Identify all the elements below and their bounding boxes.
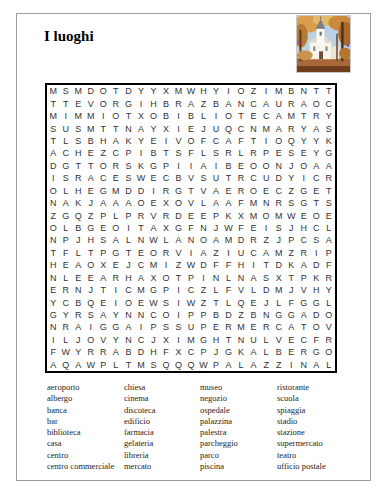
- grid-cell[interactable]: P: [97, 209, 110, 221]
- grid-cell[interactable]: A: [97, 309, 110, 321]
- grid-cell[interactable]: G: [147, 160, 160, 172]
- grid-cell[interactable]: I: [310, 247, 323, 259]
- grid-cell[interactable]: A: [185, 97, 198, 109]
- grid-cell[interactable]: H: [297, 222, 310, 234]
- grid-cell[interactable]: P: [285, 234, 298, 246]
- grid-cell[interactable]: O: [97, 85, 110, 97]
- grid-cell[interactable]: H: [47, 259, 60, 271]
- grid-cell[interactable]: E: [60, 259, 73, 271]
- grid-cell[interactable]: I: [260, 135, 273, 147]
- grid-cell[interactable]: Y: [110, 334, 123, 346]
- grid-cell[interactable]: P: [322, 247, 335, 259]
- grid-cell[interactable]: S: [322, 122, 335, 134]
- grid-cell[interactable]: C: [135, 259, 148, 271]
- grid-cell[interactable]: I: [172, 110, 185, 122]
- grid-cell[interactable]: E: [272, 147, 285, 159]
- grid-cell[interactable]: G: [47, 309, 60, 321]
- grid-cell[interactable]: I: [135, 147, 148, 159]
- grid-cell[interactable]: Y: [285, 172, 298, 184]
- grid-cell[interactable]: N: [235, 334, 248, 346]
- grid-cell[interactable]: G: [172, 184, 185, 196]
- grid-cell[interactable]: D: [122, 85, 135, 97]
- grid-cell[interactable]: U: [185, 321, 198, 333]
- grid-cell[interactable]: E: [322, 209, 335, 221]
- grid-cell[interactable]: O: [135, 197, 148, 209]
- grid-cell[interactable]: I: [197, 272, 210, 284]
- grid-cell[interactable]: R: [222, 147, 235, 159]
- grid-cell[interactable]: W: [197, 359, 210, 371]
- grid-cell[interactable]: M: [185, 334, 198, 346]
- grid-cell[interactable]: S: [147, 359, 160, 371]
- grid-cell[interactable]: C: [185, 346, 198, 358]
- grid-cell[interactable]: A: [297, 259, 310, 271]
- grid-cell[interactable]: B: [272, 346, 285, 358]
- grid-cell[interactable]: A: [110, 197, 123, 209]
- grid-cell[interactable]: E: [85, 147, 98, 159]
- grid-cell[interactable]: B: [172, 172, 185, 184]
- grid-cell[interactable]: E: [285, 334, 298, 346]
- grid-cell[interactable]: P: [197, 346, 210, 358]
- grid-cell[interactable]: A: [310, 160, 323, 172]
- grid-cell[interactable]: U: [210, 172, 223, 184]
- grid-cell[interactable]: T: [260, 259, 273, 271]
- grid-cell[interactable]: E: [210, 321, 223, 333]
- grid-cell[interactable]: R: [235, 172, 248, 184]
- grid-cell[interactable]: A: [322, 234, 335, 246]
- grid-cell[interactable]: P: [297, 272, 310, 284]
- grid-cell[interactable]: P: [97, 359, 110, 371]
- grid-cell[interactable]: V: [147, 209, 160, 221]
- grid-cell[interactable]: T: [72, 160, 85, 172]
- grid-cell[interactable]: I: [297, 172, 310, 184]
- grid-cell[interactable]: V: [97, 334, 110, 346]
- grid-cell[interactable]: N: [122, 309, 135, 321]
- grid-cell[interactable]: O: [322, 346, 335, 358]
- grid-cell[interactable]: T: [185, 184, 198, 196]
- grid-cell[interactable]: O: [97, 97, 110, 109]
- grid-cell[interactable]: C: [297, 334, 310, 346]
- grid-cell[interactable]: M: [110, 184, 123, 196]
- grid-cell[interactable]: R: [285, 122, 298, 134]
- grid-cell[interactable]: S: [260, 272, 273, 284]
- grid-cell[interactable]: E: [147, 172, 160, 184]
- grid-cell[interactable]: Q: [85, 296, 98, 308]
- grid-cell[interactable]: I: [122, 222, 135, 234]
- grid-cell[interactable]: M: [247, 197, 260, 209]
- grid-cell[interactable]: G: [97, 321, 110, 333]
- grid-cell[interactable]: W: [185, 259, 198, 271]
- grid-cell[interactable]: S: [172, 147, 185, 159]
- grid-cell[interactable]: I: [260, 85, 273, 97]
- grid-cell[interactable]: A: [110, 234, 123, 246]
- grid-cell[interactable]: N: [210, 272, 223, 284]
- grid-cell[interactable]: S: [272, 222, 285, 234]
- grid-cell[interactable]: E: [247, 321, 260, 333]
- grid-cell[interactable]: A: [210, 184, 223, 196]
- grid-cell[interactable]: I: [47, 172, 60, 184]
- grid-cell[interactable]: L: [60, 334, 73, 346]
- grid-cell[interactable]: A: [60, 197, 73, 209]
- grid-cell[interactable]: T: [85, 247, 98, 259]
- grid-cell[interactable]: R: [297, 346, 310, 358]
- grid-cell[interactable]: E: [47, 284, 60, 296]
- grid-cell[interactable]: W: [147, 234, 160, 246]
- grid-cell[interactable]: D: [222, 309, 235, 321]
- grid-cell[interactable]: B: [147, 147, 160, 159]
- grid-cell[interactable]: D: [135, 346, 148, 358]
- grid-cell[interactable]: H: [310, 284, 323, 296]
- grid-cell[interactable]: S: [310, 234, 323, 246]
- grid-cell[interactable]: K: [310, 272, 323, 284]
- grid-cell[interactable]: E: [85, 184, 98, 196]
- grid-cell[interactable]: D: [272, 259, 285, 271]
- grid-cell[interactable]: Q: [285, 135, 298, 147]
- grid-cell[interactable]: T: [297, 321, 310, 333]
- grid-cell[interactable]: R: [110, 97, 123, 109]
- grid-cell[interactable]: D: [235, 234, 248, 246]
- grid-cell[interactable]: R: [72, 309, 85, 321]
- grid-cell[interactable]: H: [97, 135, 110, 147]
- grid-cell[interactable]: K: [235, 346, 248, 358]
- grid-cell[interactable]: G: [122, 97, 135, 109]
- grid-cell[interactable]: Y: [110, 309, 123, 321]
- grid-cell[interactable]: H: [147, 97, 160, 109]
- grid-cell[interactable]: O: [310, 97, 323, 109]
- grid-cell[interactable]: O: [110, 110, 123, 122]
- grid-cell[interactable]: L: [322, 296, 335, 308]
- grid-cell[interactable]: I: [147, 184, 160, 196]
- grid-cell[interactable]: A: [47, 359, 60, 371]
- grid-cell[interactable]: Q: [185, 359, 198, 371]
- grid-cell[interactable]: K: [322, 135, 335, 147]
- grid-cell[interactable]: X: [160, 222, 173, 234]
- grid-cell[interactable]: I: [172, 122, 185, 134]
- grid-cell[interactable]: G: [222, 346, 235, 358]
- grid-cell[interactable]: R: [285, 97, 298, 109]
- grid-cell[interactable]: S: [85, 309, 98, 321]
- grid-cell[interactable]: D: [272, 172, 285, 184]
- grid-cell[interactable]: E: [185, 122, 198, 134]
- grid-cell[interactable]: C: [122, 284, 135, 296]
- grid-cell[interactable]: E: [85, 272, 98, 284]
- grid-cell[interactable]: A: [210, 234, 223, 246]
- grid-cell[interactable]: G: [60, 209, 73, 221]
- grid-cell[interactable]: J: [85, 284, 98, 296]
- grid-cell[interactable]: G: [197, 334, 210, 346]
- grid-cell[interactable]: F: [160, 346, 173, 358]
- grid-cell[interactable]: G: [310, 346, 323, 358]
- grid-cell[interactable]: V: [185, 172, 198, 184]
- grid-cell[interactable]: X: [272, 272, 285, 284]
- grid-cell[interactable]: C: [147, 309, 160, 321]
- grid-cell[interactable]: Q: [222, 122, 235, 134]
- grid-cell[interactable]: M: [135, 284, 148, 296]
- grid-cell[interactable]: Y: [310, 135, 323, 147]
- grid-cell[interactable]: Q: [172, 359, 185, 371]
- grid-cell[interactable]: U: [235, 247, 248, 259]
- grid-cell[interactable]: C: [310, 172, 323, 184]
- grid-cell[interactable]: F: [222, 284, 235, 296]
- grid-cell[interactable]: L: [60, 135, 73, 147]
- grid-cell[interactable]: A: [310, 359, 323, 371]
- grid-cell[interactable]: J: [260, 296, 273, 308]
- grid-cell[interactable]: R: [97, 346, 110, 358]
- grid-cell[interactable]: A: [122, 321, 135, 333]
- grid-cell[interactable]: M: [72, 110, 85, 122]
- grid-cell[interactable]: Y: [47, 296, 60, 308]
- grid-cell[interactable]: B: [247, 309, 260, 321]
- grid-cell[interactable]: T: [97, 284, 110, 296]
- grid-cell[interactable]: G: [110, 321, 123, 333]
- grid-cell[interactable]: L: [222, 296, 235, 308]
- grid-cell[interactable]: F: [210, 259, 223, 271]
- grid-cell[interactable]: T: [235, 110, 248, 122]
- grid-cell[interactable]: A: [122, 197, 135, 209]
- grid-cell[interactable]: F: [322, 259, 335, 271]
- grid-cell[interactable]: R: [110, 160, 123, 172]
- grid-cell[interactable]: L: [197, 110, 210, 122]
- grid-cell[interactable]: P: [147, 321, 160, 333]
- grid-cell[interactable]: A: [272, 110, 285, 122]
- grid-cell[interactable]: U: [272, 97, 285, 109]
- grid-cell[interactable]: Z: [272, 359, 285, 371]
- grid-cell[interactable]: G: [60, 160, 73, 172]
- grid-cell[interactable]: H: [210, 334, 223, 346]
- grid-cell[interactable]: B: [160, 97, 173, 109]
- grid-cell[interactable]: Z: [285, 184, 298, 196]
- grid-cell[interactable]: T: [310, 85, 323, 97]
- grid-cell[interactable]: T: [122, 247, 135, 259]
- grid-cell[interactable]: V: [322, 321, 335, 333]
- grid-cell[interactable]: L: [197, 147, 210, 159]
- grid-cell[interactable]: O: [260, 160, 273, 172]
- grid-cell[interactable]: N: [297, 85, 310, 97]
- grid-cell[interactable]: X: [160, 334, 173, 346]
- grid-cell[interactable]: E: [310, 184, 323, 196]
- grid-cell[interactable]: A: [72, 359, 85, 371]
- grid-cell[interactable]: Y: [60, 309, 73, 321]
- grid-cell[interactable]: B: [72, 296, 85, 308]
- grid-cell[interactable]: I: [210, 110, 223, 122]
- grid-cell[interactable]: M: [260, 122, 273, 134]
- grid-cell[interactable]: Y: [310, 147, 323, 159]
- grid-cell[interactable]: Z: [172, 259, 185, 271]
- grid-cell[interactable]: E: [197, 209, 210, 221]
- grid-cell[interactable]: R: [322, 172, 335, 184]
- grid-cell[interactable]: S: [172, 321, 185, 333]
- grid-cell[interactable]: I: [47, 334, 60, 346]
- grid-cell[interactable]: W: [185, 85, 198, 97]
- grid-cell[interactable]: A: [110, 346, 123, 358]
- grid-cell[interactable]: E: [247, 296, 260, 308]
- grid-cell[interactable]: V: [172, 247, 185, 259]
- grid-cell[interactable]: I: [172, 309, 185, 321]
- grid-cell[interactable]: G: [297, 197, 310, 209]
- grid-cell[interactable]: Q: [235, 296, 248, 308]
- grid-cell[interactable]: A: [222, 359, 235, 371]
- grid-cell[interactable]: V: [85, 97, 98, 109]
- grid-cell[interactable]: G: [172, 222, 185, 234]
- grid-cell[interactable]: A: [47, 147, 60, 159]
- grid-cell[interactable]: G: [110, 247, 123, 259]
- grid-cell[interactable]: N: [47, 234, 60, 246]
- grid-cell[interactable]: D: [310, 259, 323, 271]
- grid-cell[interactable]: C: [97, 172, 110, 184]
- grid-cell[interactable]: L: [322, 222, 335, 234]
- grid-cell[interactable]: M: [272, 209, 285, 221]
- grid-cell[interactable]: I: [60, 110, 73, 122]
- grid-cell[interactable]: P: [210, 359, 223, 371]
- grid-cell[interactable]: A: [147, 222, 160, 234]
- grid-cell[interactable]: Y: [297, 135, 310, 147]
- grid-cell[interactable]: C: [310, 222, 323, 234]
- grid-cell[interactable]: E: [235, 160, 248, 172]
- grid-cell[interactable]: E: [185, 209, 198, 221]
- grid-cell[interactable]: E: [72, 97, 85, 109]
- grid-cell[interactable]: O: [147, 110, 160, 122]
- grid-cell[interactable]: E: [147, 135, 160, 147]
- grid-cell[interactable]: O: [85, 334, 98, 346]
- grid-cell[interactable]: R: [322, 334, 335, 346]
- grid-cell[interactable]: X: [160, 122, 173, 134]
- grid-cell[interactable]: S: [60, 85, 73, 97]
- grid-cell[interactable]: C: [160, 172, 173, 184]
- grid-cell[interactable]: B: [85, 135, 98, 147]
- grid-cell[interactable]: E: [247, 110, 260, 122]
- grid-cell[interactable]: X: [235, 209, 248, 221]
- grid-cell[interactable]: I: [172, 334, 185, 346]
- grid-cell[interactable]: O: [297, 160, 310, 172]
- grid-cell[interactable]: S: [285, 197, 298, 209]
- grid-cell[interactable]: Y: [135, 85, 148, 97]
- grid-cell[interactable]: L: [72, 247, 85, 259]
- grid-cell[interactable]: O: [47, 184, 60, 196]
- grid-cell[interactable]: L: [110, 359, 123, 371]
- grid-cell[interactable]: I: [110, 284, 123, 296]
- grid-cell[interactable]: J: [210, 346, 223, 358]
- grid-cell[interactable]: O: [260, 209, 273, 221]
- grid-cell[interactable]: X: [97, 259, 110, 271]
- grid-cell[interactable]: X: [172, 346, 185, 358]
- grid-cell[interactable]: A: [260, 247, 273, 259]
- grid-cell[interactable]: Z: [247, 85, 260, 97]
- grid-cell[interactable]: O: [85, 259, 98, 271]
- grid-cell[interactable]: B: [160, 110, 173, 122]
- grid-cell[interactable]: M: [285, 110, 298, 122]
- grid-cell[interactable]: C: [185, 284, 198, 296]
- grid-cell[interactable]: A: [172, 234, 185, 246]
- grid-cell[interactable]: N: [197, 222, 210, 234]
- grid-cell[interactable]: M: [135, 359, 148, 371]
- grid-cell[interactable]: F: [185, 222, 198, 234]
- grid-cell[interactable]: X: [160, 85, 173, 97]
- grid-cell[interactable]: M: [172, 85, 185, 97]
- grid-cell[interactable]: J: [85, 197, 98, 209]
- grid-cell[interactable]: W: [222, 222, 235, 234]
- grid-cell[interactable]: K: [122, 135, 135, 147]
- grid-cell[interactable]: L: [272, 296, 285, 308]
- grid-cell[interactable]: P: [260, 147, 273, 159]
- grid-cell[interactable]: A: [197, 160, 210, 172]
- grid-cell[interactable]: D: [122, 184, 135, 196]
- grid-cell[interactable]: G: [322, 147, 335, 159]
- grid-cell[interactable]: L: [260, 334, 273, 346]
- grid-cell[interactable]: I: [172, 296, 185, 308]
- grid-cell[interactable]: G: [297, 184, 310, 196]
- grid-cell[interactable]: O: [160, 309, 173, 321]
- grid-cell[interactable]: Z: [285, 247, 298, 259]
- grid-cell[interactable]: I: [222, 247, 235, 259]
- grid-cell[interactable]: Y: [72, 346, 85, 358]
- grid-cell[interactable]: T: [110, 122, 123, 134]
- grid-cell[interactable]: E: [222, 184, 235, 196]
- grid-cell[interactable]: P: [97, 247, 110, 259]
- grid-cell[interactable]: N: [185, 234, 198, 246]
- grid-cell[interactable]: R: [247, 147, 260, 159]
- grid-cell[interactable]: I: [210, 160, 223, 172]
- grid-cell[interactable]: F: [185, 147, 198, 159]
- grid-cell[interactable]: Z: [47, 209, 60, 221]
- grid-cell[interactable]: T: [285, 272, 298, 284]
- grid-cell[interactable]: H: [235, 259, 248, 271]
- grid-cell[interactable]: Z: [260, 359, 273, 371]
- grid-cell[interactable]: R: [135, 209, 148, 221]
- grid-cell[interactable]: P: [122, 209, 135, 221]
- grid-cell[interactable]: E: [72, 272, 85, 284]
- grid-cell[interactable]: T: [47, 97, 60, 109]
- grid-cell[interactable]: R: [260, 321, 273, 333]
- grid-cell[interactable]: C: [247, 172, 260, 184]
- grid-cell[interactable]: R: [110, 272, 123, 284]
- grid-cell[interactable]: S: [197, 172, 210, 184]
- grid-cell[interactable]: J: [72, 334, 85, 346]
- grid-cell[interactable]: M: [222, 234, 235, 246]
- grid-cell[interactable]: Z: [197, 296, 210, 308]
- grid-cell[interactable]: Y: [210, 85, 223, 97]
- grid-cell[interactable]: P: [210, 209, 223, 221]
- grid-cell[interactable]: I: [185, 160, 198, 172]
- grid-cell[interactable]: S: [322, 197, 335, 209]
- grid-cell[interactable]: O: [272, 135, 285, 147]
- grid-cell[interactable]: U: [247, 334, 260, 346]
- grid-cell[interactable]: T: [60, 97, 73, 109]
- grid-cell[interactable]: P: [197, 321, 210, 333]
- grid-cell[interactable]: M: [272, 85, 285, 97]
- grid-cell[interactable]: B: [185, 110, 198, 122]
- grid-cell[interactable]: K: [222, 209, 235, 221]
- grid-cell[interactable]: C: [60, 296, 73, 308]
- grid-cell[interactable]: S: [210, 147, 223, 159]
- grid-cell[interactable]: T: [172, 272, 185, 284]
- grid-cell[interactable]: R: [310, 110, 323, 122]
- grid-cell[interactable]: E: [147, 197, 160, 209]
- grid-cell[interactable]: F: [235, 222, 248, 234]
- grid-cell[interactable]: A: [97, 197, 110, 209]
- grid-cell[interactable]: Y: [322, 284, 335, 296]
- grid-cell[interactable]: E: [110, 172, 123, 184]
- grid-cell[interactable]: A: [247, 359, 260, 371]
- grid-cell[interactable]: Q: [72, 209, 85, 221]
- grid-cell[interactable]: M: [72, 85, 85, 97]
- grid-cell[interactable]: E: [297, 209, 310, 221]
- grid-cell[interactable]: V: [197, 184, 210, 196]
- grid-cell[interactable]: T: [222, 334, 235, 346]
- grid-cell[interactable]: Z: [197, 97, 210, 109]
- grid-cell[interactable]: H: [72, 184, 85, 196]
- grid-cell[interactable]: H: [122, 272, 135, 284]
- grid-cell[interactable]: I: [185, 247, 198, 259]
- grid-cell[interactable]: X: [147, 272, 160, 284]
